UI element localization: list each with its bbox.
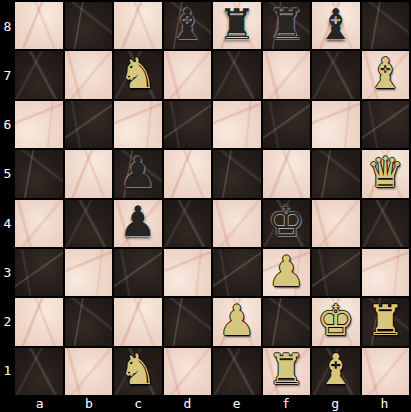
square-b5[interactable]: [65, 150, 113, 197]
square-e3[interactable]: [213, 249, 261, 296]
square-f3[interactable]: ♟: [263, 249, 311, 296]
black-rook[interactable]: ♜: [218, 4, 256, 46]
white-pawn[interactable]: ♟: [218, 300, 256, 342]
square-h7[interactable]: ♝: [362, 51, 410, 98]
rank-label-8: 8: [0, 2, 15, 51]
rank-labels: 87654321: [0, 2, 15, 395]
square-e5[interactable]: [213, 150, 261, 197]
square-e2[interactable]: ♟: [213, 298, 261, 345]
square-c5[interactable]: ♟: [114, 150, 162, 197]
square-g6[interactable]: [312, 101, 360, 148]
square-b4[interactable]: [65, 200, 113, 247]
white-knight[interactable]: ♞: [119, 349, 157, 391]
square-d1[interactable]: [164, 348, 212, 395]
square-g2[interactable]: ♚: [312, 298, 360, 345]
square-g3[interactable]: [312, 249, 360, 296]
black-rook[interactable]: ♜: [267, 4, 305, 46]
square-b1[interactable]: [65, 348, 113, 395]
square-b8[interactable]: [65, 2, 113, 49]
square-d4[interactable]: [164, 200, 212, 247]
rank-label-7: 7: [0, 51, 15, 100]
rank-label-2: 2: [0, 297, 15, 346]
file-label-b: b: [64, 395, 113, 412]
chess-board[interactable]: ♝♜♜♝♞♝♟♛♟♚♟♟♚♜♞♜♝: [15, 2, 409, 395]
square-d6[interactable]: [164, 101, 212, 148]
black-pawn[interactable]: ♟: [119, 152, 157, 194]
square-c1[interactable]: ♞: [114, 348, 162, 395]
square-a3[interactable]: [15, 249, 63, 296]
file-label-f: f: [261, 395, 310, 412]
file-label-g: g: [311, 395, 360, 412]
white-rook[interactable]: ♜: [366, 300, 404, 342]
file-label-d: d: [163, 395, 212, 412]
rank-label-1: 1: [0, 346, 15, 395]
rank-label-6: 6: [0, 100, 15, 149]
square-a8[interactable]: [15, 2, 63, 49]
square-h2[interactable]: ♜: [362, 298, 410, 345]
file-labels: abcdefgh: [15, 395, 409, 412]
square-f6[interactable]: [263, 101, 311, 148]
square-h1[interactable]: [362, 348, 410, 395]
square-h4[interactable]: [362, 200, 410, 247]
file-label-c: c: [114, 395, 163, 412]
rank-label-4: 4: [0, 199, 15, 248]
white-bishop[interactable]: ♝: [366, 53, 404, 95]
white-knight[interactable]: ♞: [119, 53, 157, 95]
white-king[interactable]: ♚: [317, 300, 355, 342]
square-g4[interactable]: [312, 200, 360, 247]
square-h8[interactable]: [362, 2, 410, 49]
square-e7[interactable]: [213, 51, 261, 98]
square-e8[interactable]: ♜: [213, 2, 261, 49]
square-c3[interactable]: [114, 249, 162, 296]
square-f4[interactable]: ♚: [263, 200, 311, 247]
square-d2[interactable]: [164, 298, 212, 345]
square-d3[interactable]: [164, 249, 212, 296]
square-g8[interactable]: ♝: [312, 2, 360, 49]
square-f8[interactable]: ♜: [263, 2, 311, 49]
square-f5[interactable]: [263, 150, 311, 197]
square-b6[interactable]: [65, 101, 113, 148]
square-b3[interactable]: [65, 249, 113, 296]
square-f7[interactable]: [263, 51, 311, 98]
square-h6[interactable]: [362, 101, 410, 148]
chess-board-app: 87654321 ♝♜♜♝♞♝♟♛♟♚♟♟♚♜♞♜♝ abcdefgh: [0, 0, 411, 412]
square-a2[interactable]: [15, 298, 63, 345]
square-f2[interactable]: [263, 298, 311, 345]
file-label-h: h: [360, 395, 409, 412]
square-a1[interactable]: [15, 348, 63, 395]
white-pawn[interactable]: ♟: [267, 251, 305, 293]
white-rook[interactable]: ♜: [267, 349, 305, 391]
square-a5[interactable]: [15, 150, 63, 197]
square-b2[interactable]: [65, 298, 113, 345]
black-king[interactable]: ♚: [267, 201, 305, 243]
square-h3[interactable]: [362, 249, 410, 296]
square-c2[interactable]: [114, 298, 162, 345]
square-c7[interactable]: ♞: [114, 51, 162, 98]
square-c4[interactable]: ♟: [114, 200, 162, 247]
square-d7[interactable]: [164, 51, 212, 98]
square-g7[interactable]: [312, 51, 360, 98]
white-bishop[interactable]: ♝: [317, 349, 355, 391]
black-bishop[interactable]: ♝: [317, 4, 355, 46]
square-e1[interactable]: [213, 348, 261, 395]
black-bishop[interactable]: ♝: [168, 4, 206, 46]
square-h5[interactable]: ♛: [362, 150, 410, 197]
square-f1[interactable]: ♜: [263, 348, 311, 395]
square-d8[interactable]: ♝: [164, 2, 212, 49]
rank-label-5: 5: [0, 149, 15, 198]
black-pawn[interactable]: ♟: [119, 201, 157, 243]
square-a4[interactable]: [15, 200, 63, 247]
file-label-a: a: [15, 395, 64, 412]
square-e4[interactable]: [213, 200, 261, 247]
square-d5[interactable]: [164, 150, 212, 197]
square-g1[interactable]: ♝: [312, 348, 360, 395]
square-c6[interactable]: [114, 101, 162, 148]
rank-label-3: 3: [0, 248, 15, 297]
white-queen[interactable]: ♛: [366, 152, 404, 194]
square-c8[interactable]: [114, 2, 162, 49]
square-a6[interactable]: [15, 101, 63, 148]
square-b7[interactable]: [65, 51, 113, 98]
square-g5[interactable]: [312, 150, 360, 197]
square-a7[interactable]: [15, 51, 63, 98]
file-label-e: e: [212, 395, 261, 412]
square-e6[interactable]: [213, 101, 261, 148]
